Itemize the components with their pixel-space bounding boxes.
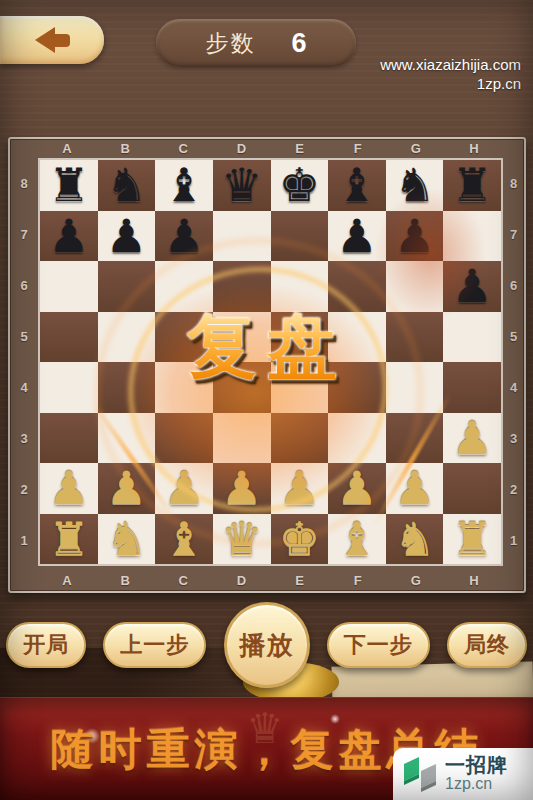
square-c2: ♟ xyxy=(155,463,213,514)
top-watermark: www.xiazaizhijia.com 1zp.cn xyxy=(380,56,521,94)
coord-label-e-bottom: E xyxy=(271,573,329,588)
square-d3 xyxy=(213,413,271,464)
white-king: ♚ xyxy=(279,516,320,562)
square-a5 xyxy=(40,312,98,363)
square-h3: ♟ xyxy=(443,413,501,464)
square-e2: ♟ xyxy=(271,463,329,514)
top-watermark-domain: 1zp.cn xyxy=(380,75,521,94)
white-knight: ♞ xyxy=(106,516,147,562)
coord-label-f-top: F xyxy=(329,139,387,158)
square-g5 xyxy=(386,312,444,363)
top-watermark-url: www.xiazaizhijia.com xyxy=(380,56,521,75)
square-b6 xyxy=(98,261,156,312)
coord-label-2-right: 2 xyxy=(503,464,524,515)
square-a4 xyxy=(40,362,98,413)
coord-label-c-bottom: C xyxy=(154,573,212,588)
black-rook: ♜ xyxy=(48,162,89,208)
back-button[interactable] xyxy=(0,16,104,64)
square-g7: ♟ xyxy=(386,211,444,262)
square-f3 xyxy=(328,413,386,464)
square-h5 xyxy=(443,312,501,363)
coord-label-a-bottom: A xyxy=(38,573,96,588)
square-h7 xyxy=(443,211,501,262)
black-pawn: ♟ xyxy=(48,213,89,259)
square-b7: ♟ xyxy=(98,211,156,262)
black-king: ♚ xyxy=(279,162,320,208)
square-b4 xyxy=(98,362,156,413)
square-h2 xyxy=(443,463,501,514)
black-pawn: ♟ xyxy=(163,213,204,259)
square-h4 xyxy=(443,362,501,413)
white-pawn: ♟ xyxy=(48,465,89,511)
square-c1: ♝ xyxy=(155,514,213,565)
file-labels-bottom: ABCDEFGH xyxy=(38,563,503,591)
coord-label-7-left: 7 xyxy=(10,209,38,260)
square-g8: ♞ xyxy=(386,160,444,211)
square-a8: ♜ xyxy=(40,160,98,211)
coord-label-8-right: 8 xyxy=(503,158,524,209)
white-pawn: ♟ xyxy=(452,415,493,461)
square-g3 xyxy=(386,413,444,464)
coord-label-3-right: 3 xyxy=(503,413,524,464)
square-c7: ♟ xyxy=(155,211,213,262)
bottom-watermark-brand: 一招牌 xyxy=(445,755,508,776)
coord-label-c-top: C xyxy=(154,139,212,158)
square-f1: ♝ xyxy=(328,514,386,565)
white-rook: ♜ xyxy=(452,516,493,562)
black-bishop: ♝ xyxy=(336,162,377,208)
play-button[interactable]: 播放 xyxy=(224,602,310,688)
steps-value: 6 xyxy=(291,28,306,59)
white-pawn: ♟ xyxy=(394,465,435,511)
coord-label-8-left: 8 xyxy=(10,158,38,209)
black-rook: ♜ xyxy=(452,162,493,208)
square-g2: ♟ xyxy=(386,463,444,514)
coord-label-b-bottom: B xyxy=(96,573,154,588)
square-a6 xyxy=(40,261,98,312)
next-step-button[interactable]: 下一步 xyxy=(327,622,430,668)
coord-label-2-left: 2 xyxy=(10,464,38,515)
square-d8: ♛ xyxy=(213,160,271,211)
coord-label-1-right: 1 xyxy=(503,515,524,566)
white-queen: ♛ xyxy=(221,516,262,562)
coord-label-1-left: 1 xyxy=(10,515,38,566)
rank-labels-right: 87654321 xyxy=(503,158,524,566)
coord-label-3-left: 3 xyxy=(10,413,38,464)
coord-label-h-top: H xyxy=(445,139,503,158)
black-queen: ♛ xyxy=(221,162,262,208)
square-a7: ♟ xyxy=(40,211,98,262)
replay-screen: 步数 6 www.xiazaizhijia.com 1zp.cn ABCDEFG… xyxy=(0,0,533,800)
coord-label-7-right: 7 xyxy=(503,209,524,260)
square-g4 xyxy=(386,362,444,413)
coord-label-6-left: 6 xyxy=(10,260,38,311)
prev-step-button[interactable]: 上一步 xyxy=(103,622,206,668)
file-labels-top: ABCDEFGH xyxy=(38,139,503,158)
white-bishop: ♝ xyxy=(336,516,377,562)
square-b8: ♞ xyxy=(98,160,156,211)
coord-label-d-bottom: D xyxy=(212,573,270,588)
square-a3 xyxy=(40,413,98,464)
coord-label-e-top: E xyxy=(271,139,329,158)
replay-controls: 开局上一步播放下一步局终 xyxy=(6,600,527,690)
white-pawn: ♟ xyxy=(279,465,320,511)
coord-label-4-right: 4 xyxy=(503,362,524,413)
white-bishop: ♝ xyxy=(163,516,204,562)
coord-label-6-right: 6 xyxy=(503,260,524,311)
square-e3 xyxy=(271,413,329,464)
square-g1: ♞ xyxy=(386,514,444,565)
coord-label-b-top: B xyxy=(96,139,154,158)
coord-label-g-top: G xyxy=(387,139,445,158)
coord-label-5-right: 5 xyxy=(503,311,524,362)
square-e7 xyxy=(271,211,329,262)
black-knight: ♞ xyxy=(106,162,147,208)
coord-label-a-top: A xyxy=(38,139,96,158)
square-b3 xyxy=(98,413,156,464)
white-knight: ♞ xyxy=(394,516,435,562)
square-f7: ♟ xyxy=(328,211,386,262)
back-arrow-icon xyxy=(35,27,70,53)
square-f2: ♟ xyxy=(328,463,386,514)
black-pawn: ♟ xyxy=(336,213,377,259)
coord-label-d-top: D xyxy=(212,139,270,158)
bottom-watermark-domain: 1zp.cn xyxy=(445,776,508,793)
square-e8: ♚ xyxy=(271,160,329,211)
square-d1: ♛ xyxy=(213,514,271,565)
white-pawn: ♟ xyxy=(106,465,147,511)
rank-labels-left: 87654321 xyxy=(10,158,38,566)
white-rook: ♜ xyxy=(48,516,89,562)
square-e1: ♚ xyxy=(271,514,329,565)
coord-label-5-left: 5 xyxy=(10,311,38,362)
square-h1: ♜ xyxy=(443,514,501,565)
square-c3 xyxy=(155,413,213,464)
white-pawn: ♟ xyxy=(336,465,377,511)
coord-label-4-left: 4 xyxy=(10,362,38,413)
square-a1: ♜ xyxy=(40,514,98,565)
square-d7 xyxy=(213,211,271,262)
coord-label-f-bottom: F xyxy=(329,573,387,588)
white-pawn: ♟ xyxy=(221,465,262,511)
black-bishop: ♝ xyxy=(163,162,204,208)
replay-overlay-title: 复盘 xyxy=(187,300,347,394)
square-h6: ♟ xyxy=(443,261,501,312)
black-pawn: ♟ xyxy=(106,213,147,259)
black-pawn: ♟ xyxy=(394,213,435,259)
square-b2: ♟ xyxy=(98,463,156,514)
bottom-watermark-card: 一招牌 1zp.cn xyxy=(393,748,533,800)
steps-label: 步数 xyxy=(205,28,255,59)
end-game-button[interactable]: 局终 xyxy=(447,622,527,668)
square-c8: ♝ xyxy=(155,160,213,211)
white-pawn: ♟ xyxy=(163,465,204,511)
coord-label-g-bottom: G xyxy=(387,573,445,588)
steps-counter: 步数 6 xyxy=(156,19,356,67)
black-knight: ♞ xyxy=(394,162,435,208)
opening-button[interactable]: 开局 xyxy=(6,622,86,668)
square-a2: ♟ xyxy=(40,463,98,514)
square-d2: ♟ xyxy=(213,463,271,514)
coord-label-h-bottom: H xyxy=(445,573,503,588)
square-h8: ♜ xyxy=(443,160,501,211)
square-f8: ♝ xyxy=(328,160,386,211)
cube-logo-icon xyxy=(401,755,439,793)
black-pawn: ♟ xyxy=(452,263,493,309)
square-b1: ♞ xyxy=(98,514,156,565)
chess-board-panel: ABCDEFGH ABCDEFGH 87654321 87654321 ♜♞♝♛… xyxy=(8,137,526,593)
square-g6 xyxy=(386,261,444,312)
square-b5 xyxy=(98,312,156,363)
